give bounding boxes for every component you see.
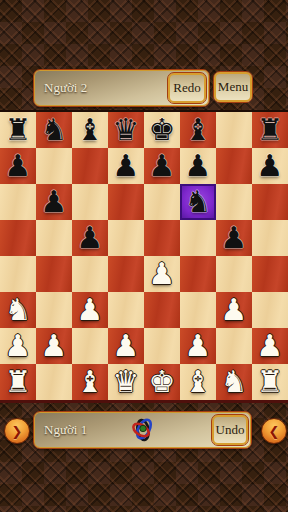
square-b4[interactable] (36, 256, 72, 292)
square-g8[interactable] (216, 112, 252, 148)
piece-white-bishop: ♝ (77, 364, 104, 400)
player1-label: Người 1 (34, 422, 87, 438)
square-b7[interactable] (36, 148, 72, 184)
piece-white-king: ♚ (149, 364, 176, 400)
top-player-bar: Người 2 Redo (33, 69, 210, 107)
piece-black-rook: ♜ (5, 112, 32, 148)
square-e8[interactable]: ♚ (144, 112, 180, 148)
square-c5[interactable]: ♟ (72, 220, 108, 256)
square-h3[interactable] (252, 292, 288, 328)
square-e5[interactable] (144, 220, 180, 256)
piece-white-rook: ♜ (257, 364, 284, 400)
square-a4[interactable] (0, 256, 36, 292)
square-c8[interactable]: ♝ (72, 112, 108, 148)
square-g6[interactable] (216, 184, 252, 220)
piece-black-pawn: ♟ (149, 148, 176, 184)
piece-white-knight: ♞ (5, 292, 32, 328)
square-f4[interactable] (180, 256, 216, 292)
square-b2[interactable]: ♟ (36, 328, 72, 364)
square-h1[interactable]: ♜ (252, 364, 288, 400)
square-a2[interactable]: ♟ (0, 328, 36, 364)
square-f5[interactable] (180, 220, 216, 256)
square-g5[interactable]: ♟ (216, 220, 252, 256)
piece-black-pawn: ♟ (41, 184, 68, 220)
menu-button[interactable]: Menu (213, 71, 253, 103)
square-a3[interactable]: ♞ (0, 292, 36, 328)
piece-white-pawn: ♟ (257, 328, 284, 364)
square-f3[interactable] (180, 292, 216, 328)
square-d3[interactable] (108, 292, 144, 328)
square-c2[interactable] (72, 328, 108, 364)
square-e3[interactable] (144, 292, 180, 328)
piece-white-pawn: ♟ (221, 292, 248, 328)
square-d1[interactable]: ♛ (108, 364, 144, 400)
square-g3[interactable]: ♟ (216, 292, 252, 328)
square-f7[interactable]: ♟ (180, 148, 216, 184)
square-f1[interactable]: ♝ (180, 364, 216, 400)
square-a7[interactable]: ♟ (0, 148, 36, 184)
piece-white-bishop: ♝ (185, 364, 212, 400)
square-g4[interactable] (216, 256, 252, 292)
piece-black-bishop: ♝ (185, 112, 212, 148)
square-e6[interactable] (144, 184, 180, 220)
bottom-player-bar: Người 1 Undo (33, 411, 252, 449)
piece-white-pawn: ♟ (5, 328, 32, 364)
piece-black-rook: ♜ (257, 112, 284, 148)
square-c6[interactable] (72, 184, 108, 220)
piece-black-pawn: ♟ (5, 148, 32, 184)
piece-black-knight: ♞ (185, 184, 212, 220)
square-a5[interactable] (0, 220, 36, 256)
piece-black-queen: ♛ (113, 112, 140, 148)
square-d2[interactable]: ♟ (108, 328, 144, 364)
piece-black-knight: ♞ (41, 112, 68, 148)
piece-black-pawn: ♟ (221, 220, 248, 256)
square-g2[interactable] (216, 328, 252, 364)
square-d7[interactable]: ♟ (108, 148, 144, 184)
piece-black-pawn: ♟ (113, 148, 140, 184)
square-d4[interactable] (108, 256, 144, 292)
square-h7[interactable]: ♟ (252, 148, 288, 184)
piece-white-pawn: ♟ (149, 256, 176, 292)
square-h2[interactable]: ♟ (252, 328, 288, 364)
piece-black-pawn: ♟ (257, 148, 284, 184)
square-f8[interactable]: ♝ (180, 112, 216, 148)
back-arrow-button[interactable]: ❮ (261, 418, 287, 444)
ai-factory-logo (130, 414, 156, 446)
square-d6[interactable] (108, 184, 144, 220)
square-h5[interactable] (252, 220, 288, 256)
piece-white-pawn: ♟ (41, 328, 68, 364)
back-chevron-icon: ❮ (269, 425, 280, 438)
square-e7[interactable]: ♟ (144, 148, 180, 184)
piece-white-pawn: ♟ (113, 328, 140, 364)
undo-button[interactable]: Undo (211, 414, 249, 446)
forward-chevron-icon: ❯ (12, 425, 23, 438)
square-c4[interactable] (72, 256, 108, 292)
board-frame: ♜♞♝♛♚♝♜♟♟♟♟♟♟♞♟♟♟♞♟♟♟♟♟♟♟♜♝♛♚♝♞♜ (0, 110, 288, 403)
square-h6[interactable] (252, 184, 288, 220)
piece-white-knight: ♞ (221, 364, 248, 400)
square-g7[interactable] (216, 148, 252, 184)
forward-arrow-button[interactable]: ❯ (4, 418, 30, 444)
piece-white-queen: ♛ (113, 364, 140, 400)
piece-black-bishop: ♝ (77, 112, 104, 148)
redo-button[interactable]: Redo (167, 72, 207, 104)
square-b5[interactable] (36, 220, 72, 256)
square-f6[interactable]: ♞ (180, 184, 216, 220)
square-b8[interactable]: ♞ (36, 112, 72, 148)
square-e4[interactable]: ♟ (144, 256, 180, 292)
piece-white-pawn: ♟ (185, 328, 212, 364)
square-h4[interactable] (252, 256, 288, 292)
square-c1[interactable]: ♝ (72, 364, 108, 400)
square-c3[interactable]: ♟ (72, 292, 108, 328)
square-a6[interactable] (0, 184, 36, 220)
square-b1[interactable] (36, 364, 72, 400)
piece-white-rook: ♜ (5, 364, 32, 400)
square-h8[interactable]: ♜ (252, 112, 288, 148)
piece-white-pawn: ♟ (77, 292, 104, 328)
square-f2[interactable]: ♟ (180, 328, 216, 364)
square-a8[interactable]: ♜ (0, 112, 36, 148)
piece-black-pawn: ♟ (77, 220, 104, 256)
square-d8[interactable]: ♛ (108, 112, 144, 148)
chess-app-screen: Người 2 Redo Menu ♜♞♝♛♚♝♜♟♟♟♟♟♟♞♟♟♟♞♟♟♟♟… (0, 0, 288, 512)
piece-black-king: ♚ (149, 112, 176, 148)
square-g1[interactable]: ♞ (216, 364, 252, 400)
square-e2[interactable] (144, 328, 180, 364)
player2-label: Người 2 (34, 80, 87, 96)
square-c7[interactable] (72, 148, 108, 184)
square-d5[interactable] (108, 220, 144, 256)
square-a1[interactable]: ♜ (0, 364, 36, 400)
chess-board: ♜♞♝♛♚♝♜♟♟♟♟♟♟♞♟♟♟♞♟♟♟♟♟♟♟♜♝♛♚♝♞♜ (0, 112, 288, 400)
square-e1[interactable]: ♚ (144, 364, 180, 400)
piece-black-pawn: ♟ (185, 148, 212, 184)
square-b6[interactable]: ♟ (36, 184, 72, 220)
square-b3[interactable] (36, 292, 72, 328)
